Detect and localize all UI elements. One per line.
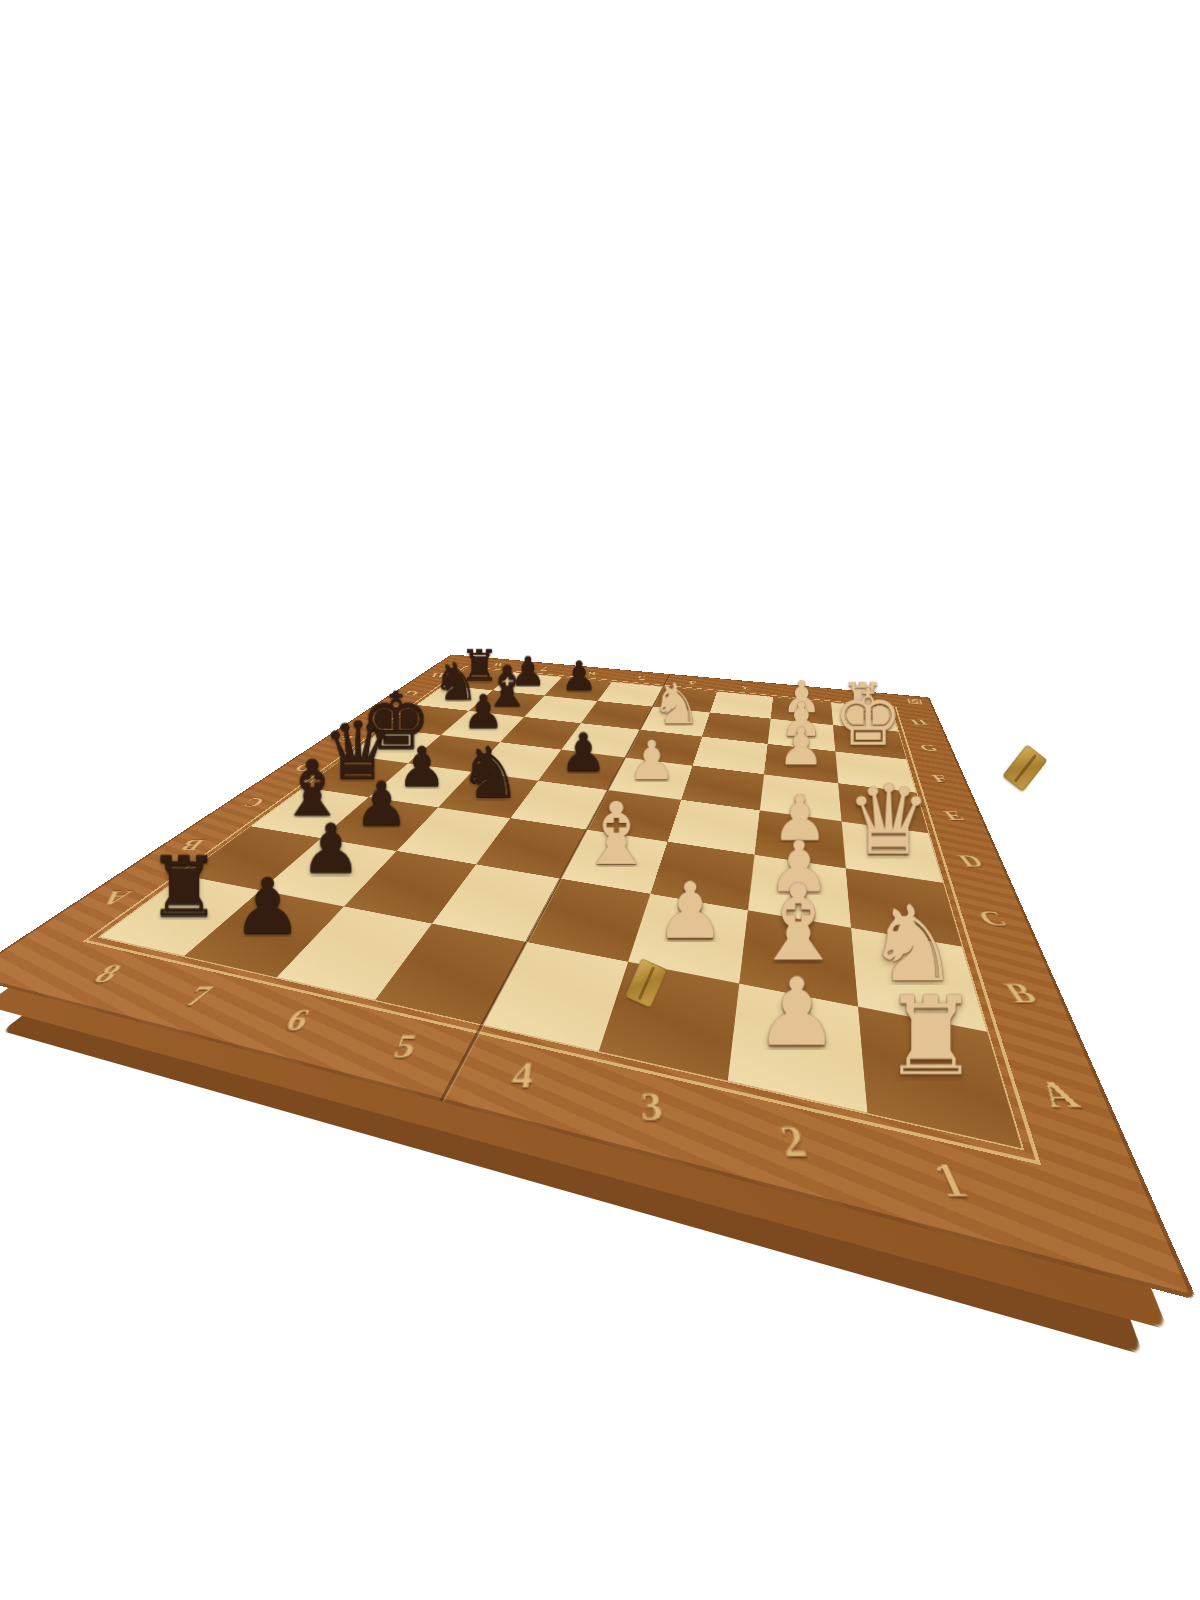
white-pawn-f2[interactable]: ♟	[777, 721, 823, 773]
square-e3[interactable]	[682, 765, 764, 810]
square-g1[interactable]: ♚	[833, 725, 907, 759]
black-pawn-f7[interactable]: ♟	[463, 689, 504, 735]
square-f3[interactable]	[693, 737, 767, 774]
white-bishop-c4[interactable]: ♝	[577, 790, 655, 877]
black-pawn-a7[interactable]: ♟	[233, 868, 302, 945]
black-rook-a8[interactable]: ♜	[147, 846, 221, 929]
square-a1[interactable]: ♜	[858, 1006, 1022, 1148]
black-pawn-e5[interactable]: ♟	[560, 726, 607, 779]
white-pawn-e4[interactable]: ♟	[628, 734, 676, 788]
chessboard-frame: 87654321 ABCDEFGH 87654321 ABCDEFGH ♜♝♛♚…	[0, 654, 1197, 1300]
black-pawn-b7[interactable]: ♟	[301, 815, 362, 883]
white-knight-g4[interactable]: ♞	[651, 675, 702, 732]
brass-clasp-right	[1002, 744, 1047, 792]
white-pawn-b3[interactable]: ♟	[656, 872, 726, 950]
white-pawn-a2[interactable]: ♟	[754, 966, 838, 1060]
black-knight-d6[interactable]: ♞	[458, 737, 521, 808]
white-rook-a1[interactable]: ♜	[882, 982, 980, 1091]
black-pawn-h6[interactable]: ♟	[561, 656, 597, 697]
brass-emblem	[907, 698, 923, 704]
white-queen-d1[interactable]: ♛	[845, 773, 931, 869]
product-photo-scene: 87654321 ABCDEFGH 87654321 ABCDEFGH ♜♝♛♚…	[0, 0, 1200, 1600]
board-3d-tilt: 87654321 ABCDEFGH 87654321 ABCDEFGH ♜♝♛♚…	[0, 654, 1197, 1300]
white-king-g1[interactable]: ♚	[833, 679, 903, 757]
black-pawn-c7[interactable]: ♟	[354, 774, 409, 835]
square-d1[interactable]: ♛	[841, 821, 943, 883]
